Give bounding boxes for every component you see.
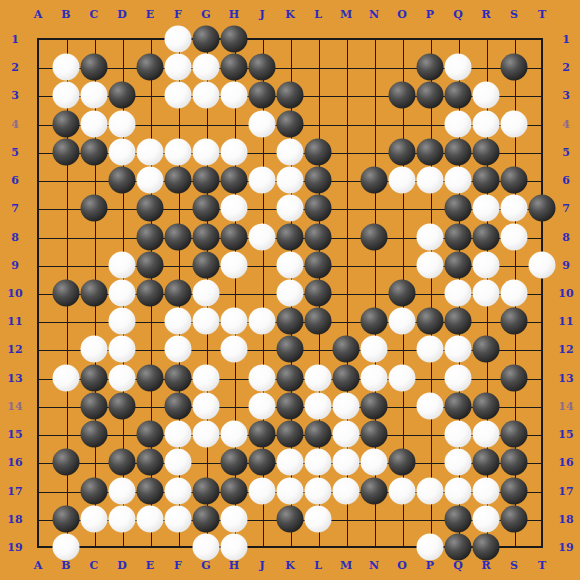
point-A10[interactable] xyxy=(24,279,52,307)
point-N16[interactable] xyxy=(360,448,388,476)
point-T8[interactable] xyxy=(528,223,556,251)
point-B10[interactable] xyxy=(52,279,80,307)
point-K10[interactable] xyxy=(276,279,304,307)
point-J7[interactable] xyxy=(248,194,276,222)
point-T2[interactable] xyxy=(528,53,556,81)
point-T18[interactable] xyxy=(528,505,556,533)
point-S18[interactable] xyxy=(500,505,528,533)
point-L9[interactable] xyxy=(304,251,332,279)
point-C18[interactable] xyxy=(80,505,108,533)
point-A12[interactable] xyxy=(24,335,52,363)
point-E16[interactable] xyxy=(136,448,164,476)
point-R9[interactable] xyxy=(472,251,500,279)
point-D6[interactable] xyxy=(108,166,136,194)
point-N9[interactable] xyxy=(360,251,388,279)
point-D5[interactable] xyxy=(108,138,136,166)
point-G18[interactable] xyxy=(192,505,220,533)
point-M16[interactable] xyxy=(332,448,360,476)
point-Q1[interactable] xyxy=(444,25,472,53)
point-Q14[interactable] xyxy=(444,392,472,420)
point-H8[interactable] xyxy=(220,223,248,251)
point-P18[interactable] xyxy=(416,505,444,533)
point-K4[interactable] xyxy=(276,110,304,138)
point-O15[interactable] xyxy=(388,420,416,448)
point-D17[interactable] xyxy=(108,477,136,505)
point-R19[interactable] xyxy=(472,533,500,561)
point-E9[interactable] xyxy=(136,251,164,279)
point-Q12[interactable] xyxy=(444,335,472,363)
point-S10[interactable] xyxy=(500,279,528,307)
point-B2[interactable] xyxy=(52,53,80,81)
point-O18[interactable] xyxy=(388,505,416,533)
point-E19[interactable] xyxy=(136,533,164,561)
point-K14[interactable] xyxy=(276,392,304,420)
point-S13[interactable] xyxy=(500,364,528,392)
point-S4[interactable] xyxy=(500,110,528,138)
point-O4[interactable] xyxy=(388,110,416,138)
point-M6[interactable] xyxy=(332,166,360,194)
point-T17[interactable] xyxy=(528,477,556,505)
point-P16[interactable] xyxy=(416,448,444,476)
point-Q3[interactable] xyxy=(444,81,472,109)
point-T19[interactable] xyxy=(528,533,556,561)
point-B13[interactable] xyxy=(52,364,80,392)
point-C8[interactable] xyxy=(80,223,108,251)
point-S1[interactable] xyxy=(500,25,528,53)
point-N17[interactable] xyxy=(360,477,388,505)
point-D11[interactable] xyxy=(108,307,136,335)
point-P15[interactable] xyxy=(416,420,444,448)
point-A14[interactable] xyxy=(24,392,52,420)
point-G4[interactable] xyxy=(192,110,220,138)
point-A2[interactable] xyxy=(24,53,52,81)
point-B9[interactable] xyxy=(52,251,80,279)
point-A3[interactable] xyxy=(24,81,52,109)
point-L19[interactable] xyxy=(304,533,332,561)
point-E3[interactable] xyxy=(136,81,164,109)
point-R3[interactable] xyxy=(472,81,500,109)
point-H1[interactable] xyxy=(220,25,248,53)
point-R8[interactable] xyxy=(472,223,500,251)
point-P3[interactable] xyxy=(416,81,444,109)
point-M13[interactable] xyxy=(332,364,360,392)
point-G7[interactable] xyxy=(192,194,220,222)
point-N11[interactable] xyxy=(360,307,388,335)
point-C2[interactable] xyxy=(80,53,108,81)
point-T16[interactable] xyxy=(528,448,556,476)
point-C10[interactable] xyxy=(80,279,108,307)
point-J15[interactable] xyxy=(248,420,276,448)
point-O2[interactable] xyxy=(388,53,416,81)
point-Q19[interactable] xyxy=(444,533,472,561)
point-L1[interactable] xyxy=(304,25,332,53)
point-D12[interactable] xyxy=(108,335,136,363)
point-C14[interactable] xyxy=(80,392,108,420)
point-H12[interactable] xyxy=(220,335,248,363)
point-O7[interactable] xyxy=(388,194,416,222)
point-O16[interactable] xyxy=(388,448,416,476)
point-Q5[interactable] xyxy=(444,138,472,166)
point-M11[interactable] xyxy=(332,307,360,335)
point-O3[interactable] xyxy=(388,81,416,109)
point-F1[interactable] xyxy=(164,25,192,53)
point-F14[interactable] xyxy=(164,392,192,420)
point-K13[interactable] xyxy=(276,364,304,392)
point-H3[interactable] xyxy=(220,81,248,109)
point-S12[interactable] xyxy=(500,335,528,363)
point-H17[interactable] xyxy=(220,477,248,505)
point-S5[interactable] xyxy=(500,138,528,166)
point-T10[interactable] xyxy=(528,279,556,307)
point-H2[interactable] xyxy=(220,53,248,81)
point-F4[interactable] xyxy=(164,110,192,138)
point-R1[interactable] xyxy=(472,25,500,53)
point-M8[interactable] xyxy=(332,223,360,251)
point-A17[interactable] xyxy=(24,477,52,505)
point-N12[interactable] xyxy=(360,335,388,363)
point-G10[interactable] xyxy=(192,279,220,307)
point-J1[interactable] xyxy=(248,25,276,53)
point-S17[interactable] xyxy=(500,477,528,505)
point-E7[interactable] xyxy=(136,194,164,222)
point-D7[interactable] xyxy=(108,194,136,222)
point-M19[interactable] xyxy=(332,533,360,561)
point-D2[interactable] xyxy=(108,53,136,81)
point-T4[interactable] xyxy=(528,110,556,138)
point-Q10[interactable] xyxy=(444,279,472,307)
point-K11[interactable] xyxy=(276,307,304,335)
point-J19[interactable] xyxy=(248,533,276,561)
point-L7[interactable] xyxy=(304,194,332,222)
point-L2[interactable] xyxy=(304,53,332,81)
point-O9[interactable] xyxy=(388,251,416,279)
point-O1[interactable] xyxy=(388,25,416,53)
point-K9[interactable] xyxy=(276,251,304,279)
point-D19[interactable] xyxy=(108,533,136,561)
point-H18[interactable] xyxy=(220,505,248,533)
point-K7[interactable] xyxy=(276,194,304,222)
point-S3[interactable] xyxy=(500,81,528,109)
point-C9[interactable] xyxy=(80,251,108,279)
point-O19[interactable] xyxy=(388,533,416,561)
point-T9[interactable] xyxy=(528,251,556,279)
point-A11[interactable] xyxy=(24,307,52,335)
point-H11[interactable] xyxy=(220,307,248,335)
point-K5[interactable] xyxy=(276,138,304,166)
point-B3[interactable] xyxy=(52,81,80,109)
point-J18[interactable] xyxy=(248,505,276,533)
point-J2[interactable] xyxy=(248,53,276,81)
point-J3[interactable] xyxy=(248,81,276,109)
point-H14[interactable] xyxy=(220,392,248,420)
point-G14[interactable] xyxy=(192,392,220,420)
point-N8[interactable] xyxy=(360,223,388,251)
point-D10[interactable] xyxy=(108,279,136,307)
point-C1[interactable] xyxy=(80,25,108,53)
point-L16[interactable] xyxy=(304,448,332,476)
point-A6[interactable] xyxy=(24,166,52,194)
point-R4[interactable] xyxy=(472,110,500,138)
point-M4[interactable] xyxy=(332,110,360,138)
point-F19[interactable] xyxy=(164,533,192,561)
point-D4[interactable] xyxy=(108,110,136,138)
point-A1[interactable] xyxy=(24,25,52,53)
point-J4[interactable] xyxy=(248,110,276,138)
point-R13[interactable] xyxy=(472,364,500,392)
point-G12[interactable] xyxy=(192,335,220,363)
point-E4[interactable] xyxy=(136,110,164,138)
point-S19[interactable] xyxy=(500,533,528,561)
point-T15[interactable] xyxy=(528,420,556,448)
point-Q6[interactable] xyxy=(444,166,472,194)
point-P2[interactable] xyxy=(416,53,444,81)
point-H16[interactable] xyxy=(220,448,248,476)
point-S7[interactable] xyxy=(500,194,528,222)
point-S2[interactable] xyxy=(500,53,528,81)
point-R10[interactable] xyxy=(472,279,500,307)
point-R12[interactable] xyxy=(472,335,500,363)
point-J17[interactable] xyxy=(248,477,276,505)
point-H4[interactable] xyxy=(220,110,248,138)
point-Q7[interactable] xyxy=(444,194,472,222)
point-J10[interactable] xyxy=(248,279,276,307)
point-J11[interactable] xyxy=(248,307,276,335)
point-H6[interactable] xyxy=(220,166,248,194)
point-P17[interactable] xyxy=(416,477,444,505)
point-M3[interactable] xyxy=(332,81,360,109)
point-T13[interactable] xyxy=(528,364,556,392)
point-B6[interactable] xyxy=(52,166,80,194)
point-G3[interactable] xyxy=(192,81,220,109)
point-F5[interactable] xyxy=(164,138,192,166)
point-C3[interactable] xyxy=(80,81,108,109)
point-K6[interactable] xyxy=(276,166,304,194)
point-L15[interactable] xyxy=(304,420,332,448)
point-G8[interactable] xyxy=(192,223,220,251)
point-S9[interactable] xyxy=(500,251,528,279)
point-B4[interactable] xyxy=(52,110,80,138)
point-H19[interactable] xyxy=(220,533,248,561)
point-F9[interactable] xyxy=(164,251,192,279)
point-O17[interactable] xyxy=(388,477,416,505)
point-R11[interactable] xyxy=(472,307,500,335)
point-J14[interactable] xyxy=(248,392,276,420)
point-O14[interactable] xyxy=(388,392,416,420)
point-R14[interactable] xyxy=(472,392,500,420)
point-G16[interactable] xyxy=(192,448,220,476)
point-N2[interactable] xyxy=(360,53,388,81)
point-T14[interactable] xyxy=(528,392,556,420)
point-A4[interactable] xyxy=(24,110,52,138)
point-N4[interactable] xyxy=(360,110,388,138)
point-N6[interactable] xyxy=(360,166,388,194)
point-K16[interactable] xyxy=(276,448,304,476)
point-O13[interactable] xyxy=(388,364,416,392)
point-L11[interactable] xyxy=(304,307,332,335)
point-J13[interactable] xyxy=(248,364,276,392)
point-C6[interactable] xyxy=(80,166,108,194)
point-R17[interactable] xyxy=(472,477,500,505)
point-E11[interactable] xyxy=(136,307,164,335)
point-H10[interactable] xyxy=(220,279,248,307)
point-D16[interactable] xyxy=(108,448,136,476)
point-P13[interactable] xyxy=(416,364,444,392)
point-K18[interactable] xyxy=(276,505,304,533)
point-C19[interactable] xyxy=(80,533,108,561)
point-R7[interactable] xyxy=(472,194,500,222)
point-E12[interactable] xyxy=(136,335,164,363)
point-P12[interactable] xyxy=(416,335,444,363)
point-K19[interactable] xyxy=(276,533,304,561)
point-T7[interactable] xyxy=(528,194,556,222)
point-T12[interactable] xyxy=(528,335,556,363)
point-N10[interactable] xyxy=(360,279,388,307)
point-B19[interactable] xyxy=(52,533,80,561)
point-S8[interactable] xyxy=(500,223,528,251)
point-F11[interactable] xyxy=(164,307,192,335)
point-N13[interactable] xyxy=(360,364,388,392)
point-P9[interactable] xyxy=(416,251,444,279)
point-H5[interactable] xyxy=(220,138,248,166)
point-M18[interactable] xyxy=(332,505,360,533)
point-L12[interactable] xyxy=(304,335,332,363)
point-L3[interactable] xyxy=(304,81,332,109)
point-T5[interactable] xyxy=(528,138,556,166)
point-M9[interactable] xyxy=(332,251,360,279)
point-C5[interactable] xyxy=(80,138,108,166)
point-J6[interactable] xyxy=(248,166,276,194)
point-R2[interactable] xyxy=(472,53,500,81)
point-O8[interactable] xyxy=(388,223,416,251)
point-G17[interactable] xyxy=(192,477,220,505)
point-E10[interactable] xyxy=(136,279,164,307)
point-T1[interactable] xyxy=(528,25,556,53)
point-F8[interactable] xyxy=(164,223,192,251)
point-R18[interactable] xyxy=(472,505,500,533)
point-A9[interactable] xyxy=(24,251,52,279)
point-Q9[interactable] xyxy=(444,251,472,279)
point-N19[interactable] xyxy=(360,533,388,561)
point-A19[interactable] xyxy=(24,533,52,561)
point-Q18[interactable] xyxy=(444,505,472,533)
point-E14[interactable] xyxy=(136,392,164,420)
point-E2[interactable] xyxy=(136,53,164,81)
point-N15[interactable] xyxy=(360,420,388,448)
point-D18[interactable] xyxy=(108,505,136,533)
point-P1[interactable] xyxy=(416,25,444,53)
point-L8[interactable] xyxy=(304,223,332,251)
point-Q17[interactable] xyxy=(444,477,472,505)
point-L18[interactable] xyxy=(304,505,332,533)
point-M2[interactable] xyxy=(332,53,360,81)
point-Q15[interactable] xyxy=(444,420,472,448)
point-K12[interactable] xyxy=(276,335,304,363)
point-N3[interactable] xyxy=(360,81,388,109)
point-D13[interactable] xyxy=(108,364,136,392)
point-A18[interactable] xyxy=(24,505,52,533)
point-O6[interactable] xyxy=(388,166,416,194)
point-G13[interactable] xyxy=(192,364,220,392)
point-H15[interactable] xyxy=(220,420,248,448)
point-S11[interactable] xyxy=(500,307,528,335)
point-F12[interactable] xyxy=(164,335,192,363)
point-Q11[interactable] xyxy=(444,307,472,335)
point-K1[interactable] xyxy=(276,25,304,53)
point-C16[interactable] xyxy=(80,448,108,476)
point-E1[interactable] xyxy=(136,25,164,53)
point-J5[interactable] xyxy=(248,138,276,166)
point-K2[interactable] xyxy=(276,53,304,81)
point-S16[interactable] xyxy=(500,448,528,476)
point-A5[interactable] xyxy=(24,138,52,166)
point-O5[interactable] xyxy=(388,138,416,166)
point-F3[interactable] xyxy=(164,81,192,109)
point-M17[interactable] xyxy=(332,477,360,505)
point-G9[interactable] xyxy=(192,251,220,279)
point-J16[interactable] xyxy=(248,448,276,476)
point-P6[interactable] xyxy=(416,166,444,194)
point-F16[interactable] xyxy=(164,448,192,476)
point-J8[interactable] xyxy=(248,223,276,251)
point-S14[interactable] xyxy=(500,392,528,420)
point-E13[interactable] xyxy=(136,364,164,392)
point-D9[interactable] xyxy=(108,251,136,279)
point-D15[interactable] xyxy=(108,420,136,448)
point-B1[interactable] xyxy=(52,25,80,53)
point-Q4[interactable] xyxy=(444,110,472,138)
point-F7[interactable] xyxy=(164,194,192,222)
point-G15[interactable] xyxy=(192,420,220,448)
point-D8[interactable] xyxy=(108,223,136,251)
point-N1[interactable] xyxy=(360,25,388,53)
point-F17[interactable] xyxy=(164,477,192,505)
point-J9[interactable] xyxy=(248,251,276,279)
point-B17[interactable] xyxy=(52,477,80,505)
point-G5[interactable] xyxy=(192,138,220,166)
point-E8[interactable] xyxy=(136,223,164,251)
point-K8[interactable] xyxy=(276,223,304,251)
point-C17[interactable] xyxy=(80,477,108,505)
point-B15[interactable] xyxy=(52,420,80,448)
point-O12[interactable] xyxy=(388,335,416,363)
point-P10[interactable] xyxy=(416,279,444,307)
point-P14[interactable] xyxy=(416,392,444,420)
point-F13[interactable] xyxy=(164,364,192,392)
point-F10[interactable] xyxy=(164,279,192,307)
point-P4[interactable] xyxy=(416,110,444,138)
point-C13[interactable] xyxy=(80,364,108,392)
point-L17[interactable] xyxy=(304,477,332,505)
point-A16[interactable] xyxy=(24,448,52,476)
point-C11[interactable] xyxy=(80,307,108,335)
point-T6[interactable] xyxy=(528,166,556,194)
point-J12[interactable] xyxy=(248,335,276,363)
point-F15[interactable] xyxy=(164,420,192,448)
point-Q8[interactable] xyxy=(444,223,472,251)
point-G2[interactable] xyxy=(192,53,220,81)
point-N7[interactable] xyxy=(360,194,388,222)
point-G1[interactable] xyxy=(192,25,220,53)
point-O10[interactable] xyxy=(388,279,416,307)
point-H9[interactable] xyxy=(220,251,248,279)
point-C12[interactable] xyxy=(80,335,108,363)
point-M10[interactable] xyxy=(332,279,360,307)
point-L10[interactable] xyxy=(304,279,332,307)
point-D14[interactable] xyxy=(108,392,136,420)
point-A7[interactable] xyxy=(24,194,52,222)
point-G11[interactable] xyxy=(192,307,220,335)
point-E18[interactable] xyxy=(136,505,164,533)
